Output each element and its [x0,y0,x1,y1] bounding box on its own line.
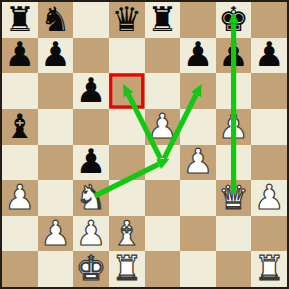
square-e1[interactable] [145,251,181,287]
square-d6[interactable] [109,73,145,109]
square-h6[interactable] [251,73,287,109]
square-g7[interactable]: ♟ [216,38,252,74]
piece-black-pawn[interactable]: ♟ [76,144,106,178]
square-d4[interactable] [109,145,145,181]
piece-white-pawn[interactable]: ♟ [218,109,248,143]
square-e8[interactable]: ♜ [145,2,181,38]
piece-black-pawn[interactable]: ♟ [218,37,248,71]
square-f1[interactable] [180,251,216,287]
square-b2[interactable]: ♟ [38,216,74,252]
square-f2[interactable] [180,216,216,252]
piece-white-queen[interactable]: ♛ [218,180,248,214]
square-h2[interactable] [251,216,287,252]
square-h7[interactable]: ♟ [251,38,287,74]
piece-black-king[interactable]: ♚ [218,2,248,36]
square-a2[interactable] [2,216,38,252]
piece-white-rook[interactable]: ♜ [254,251,284,285]
square-a6[interactable] [2,73,38,109]
piece-white-rook[interactable]: ♜ [111,251,141,285]
square-h5[interactable] [251,109,287,145]
square-c3[interactable]: ♞ [73,180,109,216]
square-h8[interactable] [251,2,287,38]
square-a4[interactable] [2,145,38,181]
square-d1[interactable]: ♜ [109,251,145,287]
piece-white-pawn[interactable]: ♟ [40,216,70,250]
square-c6[interactable]: ♟ [73,73,109,109]
piece-black-rook[interactable]: ♜ [147,2,177,36]
square-c4[interactable]: ♟ [73,145,109,181]
square-f4[interactable]: ♟ [180,145,216,181]
square-b1[interactable] [38,251,74,287]
piece-white-bishop[interactable]: ♝ [111,216,141,250]
square-g3[interactable]: ♛ [216,180,252,216]
chess-board: ♜♞♛♜♚♟♟♟♟♟♟♝♟♟♟♟♟♞♛♟♟♟♝♚♜♜ [0,0,289,289]
square-g5[interactable]: ♟ [216,109,252,145]
square-d7[interactable] [109,38,145,74]
square-f6[interactable] [180,73,216,109]
square-a5[interactable]: ♝ [2,109,38,145]
square-e3[interactable] [145,180,181,216]
square-f3[interactable] [180,180,216,216]
square-d2[interactable]: ♝ [109,216,145,252]
square-h4[interactable] [251,145,287,181]
square-a1[interactable] [2,251,38,287]
square-f7[interactable]: ♟ [180,38,216,74]
piece-black-rook[interactable]: ♜ [5,2,35,36]
board-squares: ♜♞♛♜♚♟♟♟♟♟♟♝♟♟♟♟♟♞♛♟♟♟♝♚♜♜ [2,2,287,287]
piece-black-knight[interactable]: ♞ [40,2,70,36]
square-a7[interactable]: ♟ [2,38,38,74]
square-c7[interactable] [73,38,109,74]
piece-white-pawn[interactable]: ♟ [76,216,106,250]
piece-black-bishop[interactable]: ♝ [5,109,35,143]
square-b6[interactable] [38,73,74,109]
square-e7[interactable] [145,38,181,74]
square-b8[interactable]: ♞ [38,2,74,38]
piece-black-pawn[interactable]: ♟ [5,37,35,71]
square-d8[interactable]: ♛ [109,2,145,38]
piece-black-pawn[interactable]: ♟ [76,73,106,107]
square-c5[interactable] [73,109,109,145]
piece-white-king[interactable]: ♚ [76,251,106,285]
piece-white-pawn[interactable]: ♟ [147,109,177,143]
square-c1[interactable]: ♚ [73,251,109,287]
square-f5[interactable] [180,109,216,145]
square-d3[interactable] [109,180,145,216]
square-b4[interactable] [38,145,74,181]
square-b5[interactable] [38,109,74,145]
square-f8[interactable] [180,2,216,38]
square-a3[interactable]: ♟ [2,180,38,216]
square-g8[interactable]: ♚ [216,2,252,38]
square-h1[interactable]: ♜ [251,251,287,287]
piece-black-queen[interactable]: ♛ [111,2,141,36]
piece-black-pawn[interactable]: ♟ [254,37,284,71]
piece-white-pawn[interactable]: ♟ [254,180,284,214]
square-g6[interactable] [216,73,252,109]
square-b7[interactable]: ♟ [38,38,74,74]
square-g2[interactable] [216,216,252,252]
square-e2[interactable] [145,216,181,252]
piece-white-pawn[interactable]: ♟ [5,180,35,214]
square-a8[interactable]: ♜ [2,2,38,38]
square-g4[interactable] [216,145,252,181]
square-e4[interactable] [145,145,181,181]
piece-black-pawn[interactable]: ♟ [40,37,70,71]
piece-white-knight[interactable]: ♞ [76,180,106,214]
square-h3[interactable]: ♟ [251,180,287,216]
square-e5[interactable]: ♟ [145,109,181,145]
square-e6[interactable] [145,73,181,109]
piece-white-pawn[interactable]: ♟ [183,144,213,178]
square-g1[interactable] [216,251,252,287]
square-d5[interactable] [109,109,145,145]
square-c2[interactable]: ♟ [73,216,109,252]
piece-black-pawn[interactable]: ♟ [183,37,213,71]
square-b3[interactable] [38,180,74,216]
square-c8[interactable] [73,2,109,38]
